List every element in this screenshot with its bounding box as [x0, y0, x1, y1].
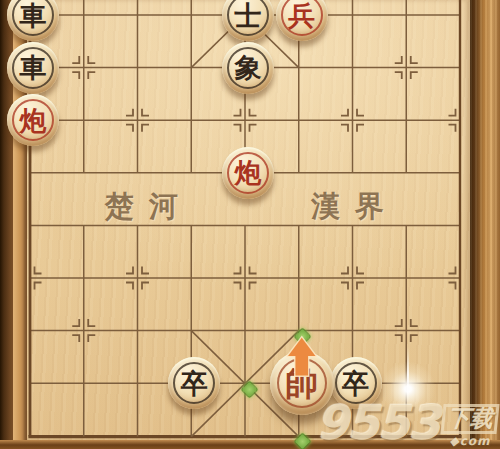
xiangqi-board: 楚河 漢界 車士兵車象炮炮卒卒帥 9553 下载 ◆com	[0, 0, 500, 449]
